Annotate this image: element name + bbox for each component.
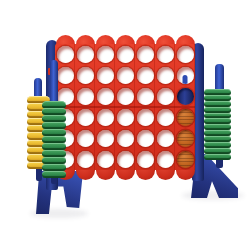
pole-tip-icon xyxy=(183,75,188,84)
orange-disc xyxy=(177,109,194,126)
empty-hole xyxy=(77,67,94,84)
cell-r2c5 xyxy=(135,65,155,86)
empty-hole xyxy=(117,109,134,126)
cell-r3c3 xyxy=(95,86,115,107)
cell-r2c7 xyxy=(175,65,195,86)
green-disc xyxy=(42,143,66,150)
orange-disc xyxy=(177,130,194,147)
cell-r3c4 xyxy=(115,86,135,107)
cell-r6c3 xyxy=(95,149,115,170)
cell-r6c6 xyxy=(155,149,175,170)
cell-r3c2 xyxy=(75,86,95,107)
green-disc xyxy=(42,164,66,171)
green-disc xyxy=(204,101,231,107)
cell-r5c6 xyxy=(155,128,175,149)
empty-hole xyxy=(77,88,94,105)
cell-r1c7 xyxy=(175,44,195,65)
empty-hole xyxy=(97,67,114,84)
cell-r5c3 xyxy=(95,128,115,149)
cell-r5c5 xyxy=(135,128,155,149)
board-grid xyxy=(55,44,195,170)
empty-hole xyxy=(177,67,194,84)
cell-r3c5 xyxy=(135,86,155,107)
cell-r2c6 xyxy=(155,65,175,86)
cell-r5c4 xyxy=(115,128,135,149)
green-disc xyxy=(42,171,66,178)
green-disc xyxy=(204,148,231,154)
cell-r1c1 xyxy=(55,44,75,65)
empty-hole xyxy=(117,88,134,105)
empty-hole xyxy=(137,46,154,63)
cell-r6c4 xyxy=(115,149,135,170)
empty-hole xyxy=(97,130,114,147)
connect-four-board xyxy=(55,44,195,170)
left-green-disc-pole xyxy=(50,60,58,104)
empty-hole xyxy=(157,130,174,147)
green-disc xyxy=(42,136,66,143)
empty-hole xyxy=(157,109,174,126)
cell-r2c4 xyxy=(115,65,135,86)
green-disc xyxy=(42,101,66,108)
green-disc xyxy=(42,122,66,129)
cell-r2c1 xyxy=(55,65,75,86)
green-disc xyxy=(42,115,66,122)
cell-r2c2 xyxy=(75,65,95,86)
green-disc xyxy=(204,95,231,101)
cell-r5c7 xyxy=(175,128,195,149)
cell-r1c3 xyxy=(95,44,115,65)
empty-hole xyxy=(137,109,154,126)
cell-r3c7 xyxy=(175,86,195,107)
empty-hole xyxy=(117,151,134,168)
empty-hole xyxy=(57,67,74,84)
pole-behind-hole xyxy=(177,88,194,105)
cell-r6c5 xyxy=(135,149,155,170)
empty-hole xyxy=(177,46,194,63)
empty-hole xyxy=(97,88,114,105)
empty-hole xyxy=(137,151,154,168)
cell-r4c6 xyxy=(155,107,175,128)
cell-r6c2 xyxy=(75,149,95,170)
empty-hole xyxy=(117,46,134,63)
empty-hole xyxy=(77,109,94,126)
empty-hole xyxy=(137,130,154,147)
green-disc xyxy=(204,107,231,113)
empty-hole xyxy=(157,46,174,63)
cell-r6c7 xyxy=(175,149,195,170)
cell-r3c6 xyxy=(155,86,175,107)
empty-hole xyxy=(117,130,134,147)
empty-hole xyxy=(137,67,154,84)
cell-r4c2 xyxy=(75,107,95,128)
empty-hole xyxy=(157,67,174,84)
green-disc xyxy=(42,157,66,164)
empty-hole xyxy=(157,151,174,168)
cell-r2c3 xyxy=(95,65,115,86)
left-yellow-disc-pole xyxy=(34,78,42,98)
empty-hole xyxy=(57,46,74,63)
cell-r1c5 xyxy=(135,44,155,65)
right-disc-pole xyxy=(215,64,224,92)
green-disc xyxy=(42,129,66,136)
empty-hole xyxy=(77,130,94,147)
cell-r4c4 xyxy=(115,107,135,128)
cell-r5c2 xyxy=(75,128,95,149)
disc-stack-right-green xyxy=(204,89,231,160)
empty-hole xyxy=(97,46,114,63)
cell-r1c6 xyxy=(155,44,175,65)
cell-r4c3 xyxy=(95,107,115,128)
empty-hole xyxy=(117,67,134,84)
empty-hole xyxy=(157,88,174,105)
green-disc xyxy=(204,154,231,160)
cell-r4c7 xyxy=(175,107,195,128)
empty-hole xyxy=(137,88,154,105)
empty-hole xyxy=(97,151,114,168)
cell-r4c5 xyxy=(135,107,155,128)
disc-stack-left-green xyxy=(42,101,66,178)
orange-disc xyxy=(177,151,194,168)
cell-r1c2 xyxy=(75,44,95,65)
cell-r1c4 xyxy=(115,44,135,65)
empty-hole xyxy=(97,109,114,126)
empty-hole xyxy=(77,46,94,63)
green-disc xyxy=(42,150,66,157)
empty-hole xyxy=(77,151,94,168)
green-disc xyxy=(42,108,66,115)
giant-connect-four-photo xyxy=(0,0,250,250)
